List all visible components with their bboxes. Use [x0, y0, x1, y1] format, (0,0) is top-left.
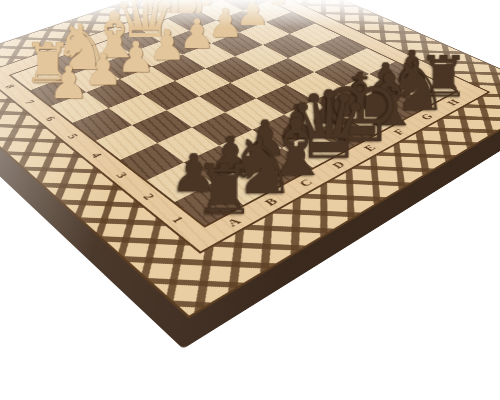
dark-rook-a1: ♜: [193, 162, 255, 219]
light-pawn-a7: ♟: [49, 64, 89, 101]
chess-board: 87654321 ABCDEFGH ♜♞♟♝♟♚♟♛♟♝♟♞♟♟♜♟♟♜♟♟♞♟…: [0, 0, 500, 349]
product-photo: 87654321 ABCDEFGH ♜♞♟♝♟♚♟♛♟♝♟♞♟♟♜♟♟♜♟♟♞♟…: [0, 0, 500, 400]
